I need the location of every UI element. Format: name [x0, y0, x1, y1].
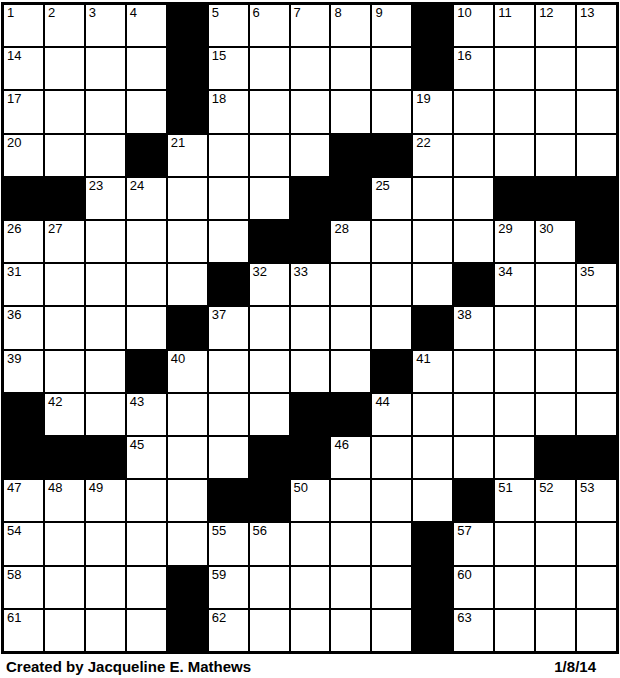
- clue-number: 41: [416, 352, 430, 367]
- cell-r8c1[interactable]: 36: [4, 307, 43, 348]
- cell-r1c6[interactable]: 5: [209, 5, 248, 46]
- cell-r14c12[interactable]: 60: [454, 567, 493, 608]
- cell-r13c9[interactable]: [331, 523, 370, 564]
- cell-r1c14[interactable]: 12: [536, 5, 575, 46]
- cell-r11c8: [291, 437, 330, 478]
- cell-r1c1[interactable]: 1: [4, 5, 43, 46]
- cell-r3c12[interactable]: [454, 91, 493, 132]
- cell-r7c5[interactable]: [168, 264, 207, 305]
- cell-r15c11: [413, 610, 452, 651]
- clue-number: 13: [580, 6, 594, 21]
- cell-r9c13[interactable]: [495, 351, 534, 392]
- cell-r5c11[interactable]: [413, 178, 452, 219]
- clue-number: 30: [539, 222, 553, 237]
- cell-r14c6[interactable]: 59: [209, 567, 248, 608]
- clue-number: 7: [294, 6, 301, 21]
- cell-r2c7[interactable]: [250, 48, 289, 89]
- cell-r13c13[interactable]: [495, 523, 534, 564]
- cell-r6c14[interactable]: 30: [536, 221, 575, 262]
- cell-r8c8[interactable]: [291, 307, 330, 348]
- cell-r13c4[interactable]: [127, 523, 166, 564]
- cell-r12c9[interactable]: [331, 480, 370, 521]
- clue-number: 23: [89, 179, 103, 194]
- cell-r14c5: [168, 567, 207, 608]
- cell-r1c5: [168, 5, 207, 46]
- cell-r14c14[interactable]: [536, 567, 575, 608]
- clue-number: 46: [334, 438, 348, 453]
- cell-r12c7: [250, 480, 289, 521]
- cell-r4c4: [127, 135, 166, 176]
- cell-r15c5: [168, 610, 207, 651]
- cell-r15c15[interactable]: [577, 610, 616, 651]
- cell-r3c4[interactable]: [127, 91, 166, 132]
- cell-r12c6: [209, 480, 248, 521]
- cell-r15c10[interactable]: [372, 610, 411, 651]
- cell-r4c13[interactable]: [495, 135, 534, 176]
- cell-r3c6[interactable]: 18: [209, 91, 248, 132]
- cell-r8c9[interactable]: [331, 307, 370, 348]
- cell-r2c15[interactable]: [577, 48, 616, 89]
- cell-r7c15[interactable]: 35: [577, 264, 616, 305]
- cell-r7c10[interactable]: [372, 264, 411, 305]
- cell-r8c13[interactable]: [495, 307, 534, 348]
- cell-r4c11[interactable]: 22: [413, 135, 452, 176]
- cell-r7c12: [454, 264, 493, 305]
- clue-number: 60: [457, 568, 471, 583]
- cell-r4c6[interactable]: [209, 135, 248, 176]
- cell-r4c10: [372, 135, 411, 176]
- cell-r2c8[interactable]: [291, 48, 330, 89]
- cell-r9c12[interactable]: [454, 351, 493, 392]
- clue-number: 44: [375, 395, 389, 410]
- cell-r8c6[interactable]: 37: [209, 307, 248, 348]
- cell-r2c4[interactable]: [127, 48, 166, 89]
- clue-number: 20: [7, 136, 21, 151]
- cell-r9c11[interactable]: 41: [413, 351, 452, 392]
- cell-r10c1: [4, 394, 43, 435]
- cell-r9c3[interactable]: [86, 351, 125, 392]
- cell-r5c8: [291, 178, 330, 219]
- cell-r13c12[interactable]: 57: [454, 523, 493, 564]
- clue-number: 9: [375, 6, 382, 21]
- clue-number: 54: [7, 524, 21, 539]
- cell-r15c8[interactable]: [291, 610, 330, 651]
- cell-r11c4[interactable]: 45: [127, 437, 166, 478]
- cell-r2c14[interactable]: [536, 48, 575, 89]
- cell-r13c1[interactable]: 54: [4, 523, 43, 564]
- cell-r2c5: [168, 48, 207, 89]
- cell-r3c13[interactable]: [495, 91, 534, 132]
- cell-r6c12[interactable]: [454, 221, 493, 262]
- cell-r10c3[interactable]: [86, 394, 125, 435]
- clue-number: 49: [89, 481, 103, 496]
- cell-r6c15: [577, 221, 616, 262]
- cell-r9c14[interactable]: [536, 351, 575, 392]
- cell-r15c1[interactable]: 61: [4, 610, 43, 651]
- clue-number: 55: [212, 524, 226, 539]
- clue-number: 19: [416, 92, 430, 107]
- cell-r1c4[interactable]: 4: [127, 5, 166, 46]
- cell-r15c9[interactable]: [331, 610, 370, 651]
- cell-r9c6[interactable]: [209, 351, 248, 392]
- clue-number: 12: [539, 6, 553, 21]
- cell-r1c3[interactable]: 3: [86, 5, 125, 46]
- cell-r7c7[interactable]: 32: [250, 264, 289, 305]
- clue-number: 45: [130, 438, 144, 453]
- cell-r3c1[interactable]: 17: [4, 91, 43, 132]
- cell-r12c13[interactable]: 51: [495, 480, 534, 521]
- cell-r11c15: [577, 437, 616, 478]
- cell-r9c2[interactable]: [45, 351, 84, 392]
- cell-r1c11: [413, 5, 452, 46]
- cell-r11c13[interactable]: [495, 437, 534, 478]
- cell-r5c2: [45, 178, 84, 219]
- credit-text: Created by Jacqueline E. Mathews: [6, 658, 251, 675]
- cell-r5c15: [577, 178, 616, 219]
- clue-number: 2: [48, 6, 55, 21]
- cell-r14c3[interactable]: [86, 567, 125, 608]
- cell-r11c3: [86, 437, 125, 478]
- clue-number: 51: [498, 481, 512, 496]
- clue-number: 37: [212, 308, 226, 323]
- clue-number: 52: [539, 481, 553, 496]
- clue-number: 6: [253, 6, 260, 21]
- cell-r5c9: [331, 178, 370, 219]
- cell-r11c5[interactable]: [168, 437, 207, 478]
- cell-r10c2[interactable]: 42: [45, 394, 84, 435]
- cell-r3c5: [168, 91, 207, 132]
- clue-number: 53: [580, 481, 594, 496]
- cell-r8c5: [168, 307, 207, 348]
- cell-r7c14[interactable]: [536, 264, 575, 305]
- clue-number: 25: [375, 179, 389, 194]
- cell-r15c4[interactable]: [127, 610, 166, 651]
- clue-number: 57: [457, 524, 471, 539]
- cell-r1c2[interactable]: 2: [45, 5, 84, 46]
- clue-number: 31: [7, 265, 21, 280]
- cell-r10c6[interactable]: [209, 394, 248, 435]
- clue-number: 3: [89, 6, 96, 21]
- clue-number: 35: [580, 265, 594, 280]
- cell-r10c4[interactable]: 43: [127, 394, 166, 435]
- cell-r7c6: [209, 264, 248, 305]
- cell-r12c1[interactable]: 47: [4, 480, 43, 521]
- cell-r5c3[interactable]: 23: [86, 178, 125, 219]
- cell-r9c10: [372, 351, 411, 392]
- cell-r5c5[interactable]: [168, 178, 207, 219]
- cell-r8c3[interactable]: [86, 307, 125, 348]
- cell-r5c1: [4, 178, 43, 219]
- clue-number: 8: [334, 6, 341, 21]
- cell-r13c8[interactable]: [291, 523, 330, 564]
- cell-r11c1: [4, 437, 43, 478]
- cell-r1c10[interactable]: 9: [372, 5, 411, 46]
- cell-r15c3[interactable]: [86, 610, 125, 651]
- cell-r10c5[interactable]: [168, 394, 207, 435]
- cell-r14c13[interactable]: [495, 567, 534, 608]
- cell-r9c5[interactable]: 40: [168, 351, 207, 392]
- clue-number: 21: [171, 136, 185, 151]
- cell-r1c13[interactable]: 11: [495, 5, 534, 46]
- cell-r12c15[interactable]: 53: [577, 480, 616, 521]
- cell-r12c4[interactable]: [127, 480, 166, 521]
- clue-number: 48: [48, 481, 62, 496]
- cell-r8c7[interactable]: [250, 307, 289, 348]
- cell-r5c7[interactable]: [250, 178, 289, 219]
- cell-r4c12[interactable]: [454, 135, 493, 176]
- clue-number: 29: [498, 222, 512, 237]
- clue-number: 27: [48, 222, 62, 237]
- cell-r6c1[interactable]: 26: [4, 221, 43, 262]
- clue-number: 22: [416, 136, 430, 151]
- cell-r2c1[interactable]: 14: [4, 48, 43, 89]
- clue-number: 24: [130, 179, 144, 194]
- cell-r13c7[interactable]: 56: [250, 523, 289, 564]
- crossword-page: 1234567891011121314151617181920212223242…: [0, 0, 620, 678]
- clue-number: 38: [457, 308, 471, 323]
- cell-r1c12[interactable]: 10: [454, 5, 493, 46]
- clue-number: 28: [334, 222, 348, 237]
- cell-r4c14[interactable]: [536, 135, 575, 176]
- cell-r12c10[interactable]: [372, 480, 411, 521]
- cell-r6c4[interactable]: [127, 221, 166, 262]
- cell-r8c11: [413, 307, 452, 348]
- cell-r3c3[interactable]: [86, 91, 125, 132]
- clue-number: 26: [7, 222, 21, 237]
- clue-number: 1: [7, 6, 14, 21]
- cell-r3c9[interactable]: [331, 91, 370, 132]
- cell-r8c15[interactable]: [577, 307, 616, 348]
- cell-r11c11[interactable]: [413, 437, 452, 478]
- cell-r8c2[interactable]: [45, 307, 84, 348]
- clue-number: 11: [498, 6, 512, 21]
- cell-r11c9[interactable]: 46: [331, 437, 370, 478]
- clue-number: 16: [457, 49, 471, 64]
- cell-r2c13[interactable]: [495, 48, 534, 89]
- cell-r13c14[interactable]: [536, 523, 575, 564]
- cell-r5c13: [495, 178, 534, 219]
- cell-r9c7[interactable]: [250, 351, 289, 392]
- cell-r5c4[interactable]: 24: [127, 178, 166, 219]
- cell-r10c14[interactable]: [536, 394, 575, 435]
- cell-r7c8[interactable]: 33: [291, 264, 330, 305]
- cell-r12c5[interactable]: [168, 480, 207, 521]
- clue-number: 14: [7, 49, 21, 64]
- cell-r4c7[interactable]: [250, 135, 289, 176]
- clue-number: 39: [7, 352, 21, 367]
- cell-r8c4[interactable]: [127, 307, 166, 348]
- cell-r9c15[interactable]: [577, 351, 616, 392]
- cell-r11c7: [250, 437, 289, 478]
- cell-r6c2[interactable]: 27: [45, 221, 84, 262]
- cell-r4c5[interactable]: 21: [168, 135, 207, 176]
- cell-r14c7[interactable]: [250, 567, 289, 608]
- clue-number: 42: [48, 395, 62, 410]
- cell-r3c11[interactable]: 19: [413, 91, 452, 132]
- cell-r12c11[interactable]: [413, 480, 452, 521]
- clue-number: 59: [212, 568, 226, 583]
- clue-number: 58: [7, 568, 21, 583]
- cell-r12c8[interactable]: 50: [291, 480, 330, 521]
- cell-r2c3[interactable]: [86, 48, 125, 89]
- cell-r13c2[interactable]: [45, 523, 84, 564]
- cell-r1c9[interactable]: 8: [331, 5, 370, 46]
- cell-r6c7: [250, 221, 289, 262]
- cell-r7c13[interactable]: 34: [495, 264, 534, 305]
- cell-r11c6[interactable]: [209, 437, 248, 478]
- cell-r7c3[interactable]: [86, 264, 125, 305]
- clue-number: 43: [130, 395, 144, 410]
- clue-number: 4: [130, 6, 137, 21]
- cell-r14c8[interactable]: [291, 567, 330, 608]
- clue-number: 10: [457, 6, 471, 21]
- cell-r14c10[interactable]: [372, 567, 411, 608]
- cell-r15c13[interactable]: [495, 610, 534, 651]
- crossword-grid: 1234567891011121314151617181920212223242…: [1, 2, 619, 654]
- cell-r6c3[interactable]: [86, 221, 125, 262]
- cell-r11c10[interactable]: [372, 437, 411, 478]
- cell-r6c9[interactable]: 28: [331, 221, 370, 262]
- cell-r1c15[interactable]: 13: [577, 5, 616, 46]
- cell-r12c12: [454, 480, 493, 521]
- cell-r3c7[interactable]: [250, 91, 289, 132]
- clue-number: 17: [7, 92, 21, 107]
- clue-number: 62: [212, 611, 226, 626]
- cell-r13c5[interactable]: [168, 523, 207, 564]
- cell-r9c8[interactable]: [291, 351, 330, 392]
- cell-r10c9: [331, 394, 370, 435]
- cell-r5c14: [536, 178, 575, 219]
- cell-r6c8: [291, 221, 330, 262]
- cell-r4c8[interactable]: [291, 135, 330, 176]
- cell-r10c11[interactable]: [413, 394, 452, 435]
- cell-r2c10[interactable]: [372, 48, 411, 89]
- cell-r5c10[interactable]: 25: [372, 178, 411, 219]
- cell-r9c9[interactable]: [331, 351, 370, 392]
- clue-number: 15: [212, 49, 226, 64]
- cell-r6c11[interactable]: [413, 221, 452, 262]
- cell-r1c8[interactable]: 7: [291, 5, 330, 46]
- cell-r10c10[interactable]: 44: [372, 394, 411, 435]
- cell-r14c2[interactable]: [45, 567, 84, 608]
- cell-r5c12[interactable]: [454, 178, 493, 219]
- cell-r8c10[interactable]: [372, 307, 411, 348]
- cell-r10c15[interactable]: [577, 394, 616, 435]
- cell-r8c12[interactable]: 38: [454, 307, 493, 348]
- cell-r9c1[interactable]: 39: [4, 351, 43, 392]
- cell-r15c2[interactable]: [45, 610, 84, 651]
- cell-r2c9[interactable]: [331, 48, 370, 89]
- cell-r4c9: [331, 135, 370, 176]
- cell-r2c2[interactable]: [45, 48, 84, 89]
- cell-r10c8: [291, 394, 330, 435]
- cell-r15c6[interactable]: 62: [209, 610, 248, 651]
- cell-r12c3[interactable]: 49: [86, 480, 125, 521]
- cell-r14c15[interactable]: [577, 567, 616, 608]
- cell-r14c11: [413, 567, 452, 608]
- cell-r10c12[interactable]: [454, 394, 493, 435]
- cell-r3c2[interactable]: [45, 91, 84, 132]
- cell-r4c2[interactable]: [45, 135, 84, 176]
- clue-number: 18: [212, 92, 226, 107]
- clue-number: 32: [253, 265, 267, 280]
- clue-number: 56: [253, 524, 267, 539]
- puzzle-date: 1/8/14: [554, 658, 596, 675]
- cell-r6c5[interactable]: [168, 221, 207, 262]
- clue-number: 63: [457, 611, 471, 626]
- clue-number: 61: [7, 611, 21, 626]
- cell-r7c4[interactable]: [127, 264, 166, 305]
- cell-r13c10[interactable]: [372, 523, 411, 564]
- cell-r4c15[interactable]: [577, 135, 616, 176]
- cell-r15c12[interactable]: 63: [454, 610, 493, 651]
- cell-r10c7[interactable]: [250, 394, 289, 435]
- cell-r4c3[interactable]: [86, 135, 125, 176]
- cell-r13c6[interactable]: 55: [209, 523, 248, 564]
- cell-r15c14[interactable]: [536, 610, 575, 651]
- cell-r2c11: [413, 48, 452, 89]
- cell-r7c2[interactable]: [45, 264, 84, 305]
- cell-r14c1[interactable]: 58: [4, 567, 43, 608]
- cell-r11c12[interactable]: [454, 437, 493, 478]
- cell-r12c2[interactable]: 48: [45, 480, 84, 521]
- cell-r6c13[interactable]: 29: [495, 221, 534, 262]
- cell-r2c6[interactable]: 15: [209, 48, 248, 89]
- cell-r13c11: [413, 523, 452, 564]
- clue-number: 33: [294, 265, 308, 280]
- clue-number: 34: [498, 265, 512, 280]
- cell-r15c7[interactable]: [250, 610, 289, 651]
- cell-r6c6[interactable]: [209, 221, 248, 262]
- cell-r13c15[interactable]: [577, 523, 616, 564]
- cell-r9c4: [127, 351, 166, 392]
- cell-r11c2: [45, 437, 84, 478]
- cell-r14c4[interactable]: [127, 567, 166, 608]
- cell-r11c14: [536, 437, 575, 478]
- cell-r7c9[interactable]: [331, 264, 370, 305]
- footer-bar: Created by Jacqueline E. Mathews 1/8/14: [0, 654, 620, 678]
- cell-r14c9[interactable]: [331, 567, 370, 608]
- clue-number: 36: [7, 308, 21, 323]
- cell-r2c12[interactable]: 16: [454, 48, 493, 89]
- cell-r10c13[interactable]: [495, 394, 534, 435]
- cell-r1c7[interactable]: 6: [250, 5, 289, 46]
- cell-r7c11[interactable]: [413, 264, 452, 305]
- cell-r5c6[interactable]: [209, 178, 248, 219]
- cell-r12c14[interactable]: 52: [536, 480, 575, 521]
- clue-number: 47: [7, 481, 21, 496]
- cell-r6c10[interactable]: [372, 221, 411, 262]
- cell-r3c8[interactable]: [291, 91, 330, 132]
- cell-r3c10[interactable]: [372, 91, 411, 132]
- cell-r7c1[interactable]: 31: [4, 264, 43, 305]
- clue-number: 40: [171, 352, 185, 367]
- cell-r3c14[interactable]: [536, 91, 575, 132]
- cell-r3c15[interactable]: [577, 91, 616, 132]
- cell-r8c14[interactable]: [536, 307, 575, 348]
- clue-number: 5: [212, 6, 219, 21]
- cell-r13c3[interactable]: [86, 523, 125, 564]
- cell-r4c1[interactable]: 20: [4, 135, 43, 176]
- clue-number: 50: [294, 481, 308, 496]
